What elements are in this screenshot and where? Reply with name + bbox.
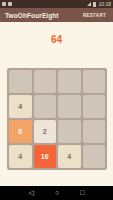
app-title: TwoOhFourEight [5,12,59,19]
board-cell-empty [58,120,81,143]
notification-icon [8,2,12,6]
tile-16: 16 [34,145,57,168]
board-cell-empty [83,70,106,93]
phone-screen: 10:18 TwoOhFourEight RESTART 64 4824164 … [0,0,113,200]
recents-icon[interactable]: □ [80,186,84,200]
signal-icon [87,2,91,6]
board-cell-empty [83,120,106,143]
board-cell-empty [83,95,106,118]
board-grid[interactable]: 4824164 [7,68,107,170]
score-value: 64 [0,34,113,45]
android-nav-bar: ◁ ○ □ [0,186,113,200]
battery-icon [93,2,96,7]
status-bar-left [2,2,87,6]
board-cell-empty [83,145,106,168]
tile-4: 4 [9,95,32,118]
board-cell-empty [34,70,57,93]
status-bar-right: 10:18 [87,0,111,8]
board-cell-empty [9,70,32,93]
notification-icon [2,2,6,6]
tile-8: 8 [9,120,32,143]
status-bar: 10:18 [0,0,113,8]
board-cell-empty [58,70,81,93]
restart-button[interactable]: RESTART [81,12,108,19]
home-icon[interactable]: ○ [55,186,59,200]
back-icon[interactable]: ◁ [29,186,34,200]
tile-4: 4 [58,145,81,168]
board-cell-empty [34,95,57,118]
app-bar: TwoOhFourEight RESTART [0,8,113,22]
board-cell-empty [58,95,81,118]
tile-2: 2 [34,120,57,143]
tile-4: 4 [9,145,32,168]
status-time: 10:18 [98,0,111,8]
game-content: 64 4824164 [0,22,113,186]
